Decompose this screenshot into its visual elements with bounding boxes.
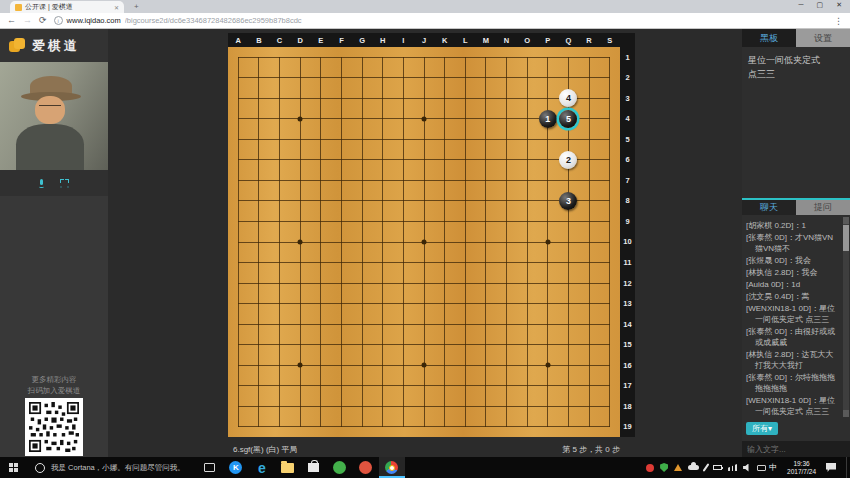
taskbar-clock[interactable]: 19:36 2017/7/24 (787, 460, 816, 476)
go-board[interactable]: 12345 (228, 47, 620, 437)
clock-time: 19:36 (787, 460, 816, 468)
row-label-5: 5 (620, 129, 635, 150)
chat-tabs: 聊天 提问 (742, 198, 850, 215)
cortana-placeholder: 我是 Cortana，小娜。有问题尽管问我。 (51, 463, 185, 473)
url-field[interactable]: i www.iqidao.com/bigcourse2d/dc6e3346872… (54, 16, 827, 25)
row-label-7: 7 (620, 170, 635, 191)
keyboard-icon (757, 465, 766, 471)
webcam-person-face (35, 96, 65, 124)
browser-menu-icon[interactable]: ⋮ (834, 16, 843, 26)
url-path: /bigcourse2d/dc6e33468728482686ec2959b87… (125, 16, 302, 25)
row-label-6: 6 (620, 150, 635, 171)
iqidao-logo-icon (9, 38, 25, 54)
col-label-D: D (290, 33, 311, 47)
tab-close-icon[interactable]: ✕ (114, 4, 119, 11)
tray-warning-icon[interactable] (674, 464, 682, 471)
qr-code (25, 398, 83, 456)
app-k-icon: K (229, 461, 242, 474)
address-bar: ← → ⟳ i www.iqidao.com/bigcourse2d/dc6e3… (0, 13, 850, 29)
app-green-taskbar-button[interactable] (327, 457, 353, 478)
forward-icon[interactable]: → (23, 16, 32, 25)
row-label-15: 15 (620, 334, 635, 355)
black-stone-5-last-move: 5 (559, 110, 577, 128)
maximize-button[interactable]: ▢ (817, 1, 824, 9)
chat-message-list: [胡家棋 0.2D]：1[张泰然 0D]：才VN猫VN猫VN猫不[张煜晟 0D]… (742, 217, 841, 417)
url-domain: www.iqidao.com (67, 16, 121, 25)
chat-message: [胡家棋 0.2D]：1 (746, 220, 840, 231)
file-explorer-taskbar-button[interactable] (275, 457, 301, 478)
back-icon[interactable]: ← (7, 16, 16, 25)
task-view-icon (204, 463, 215, 472)
mic-icon[interactable] (39, 179, 44, 188)
windows-start-icon[interactable] (9, 463, 18, 472)
scroll-up-icon[interactable] (843, 217, 849, 224)
row-label-14: 14 (620, 314, 635, 335)
board-point-P4[interactable]: 1 (537, 109, 558, 130)
scrollbar-thumb[interactable] (843, 225, 849, 251)
row-label-11: 11 (620, 252, 635, 273)
chat-message: [WENXIN18-1 0D]：星位一间低夹定式 点三三 (746, 303, 840, 325)
webcam-controls (0, 170, 108, 196)
col-label-N: N (496, 33, 517, 47)
row-label-19: 19 (620, 416, 635, 437)
sidebar: 爱棋道 更多精彩内容 扫码加入爱棋道 (0, 29, 108, 457)
tray-network-icon[interactable] (728, 464, 737, 471)
col-label-F: F (331, 33, 352, 47)
app-k-taskbar-button[interactable]: K (223, 457, 249, 478)
tray-battery-icon[interactable] (713, 465, 722, 470)
action-center-icon[interactable] (826, 463, 836, 472)
chat-message: [Auida 0D]：1d (746, 279, 840, 290)
app-green-icon (333, 461, 346, 474)
col-label-A: A (228, 33, 249, 47)
windows-taskbar: 我是 Cortana，小娜。有问题尽管问我。 Ke 中 19:36 2017/7… (0, 457, 850, 478)
column-labels-strip: ABCDEFGHIJKLMNOPQRS (228, 33, 635, 47)
tray-volume-icon[interactable] (743, 464, 751, 472)
row-label-9: 9 (620, 211, 635, 232)
col-label-J: J (414, 33, 435, 47)
panel-tabs: 黑板 设置 (742, 29, 850, 47)
store-icon (308, 463, 319, 472)
lesson-topic: 星位一间低夹定式 点三三 (742, 47, 850, 81)
row-label-12: 12 (620, 273, 635, 294)
col-label-E: E (311, 33, 332, 47)
tray-red-icon[interactable] (646, 464, 654, 472)
tray-pen-icon[interactable] (703, 463, 710, 472)
scroll-down-icon[interactable] (843, 410, 849, 417)
move-counter: 第 5 步，共 0 步 (228, 444, 620, 455)
chat-message: [WENXIN18-1 0D]：星位一间低夹定式 点三三 (746, 395, 840, 417)
app-orange-icon (359, 461, 372, 474)
chat-scrollbar[interactable] (843, 217, 849, 417)
chat-section: 聊天 提问 [胡家棋 0.2D]：1[张泰然 0D]：才VN猫VN猫VN猫不[张… (742, 198, 850, 457)
minimize-button[interactable]: ─ (799, 1, 804, 9)
chrome-taskbar-button[interactable] (379, 457, 405, 478)
tab-question[interactable]: 提问 (796, 200, 850, 215)
lesson-line-1: 星位一间低夹定式 (748, 53, 844, 67)
refresh-icon[interactable]: ⟳ (39, 16, 47, 25)
tab-chat[interactable]: 聊天 (742, 200, 796, 215)
chat-message: [张泰然 0D]：由很好或或或成威威 (746, 326, 840, 348)
webcam-person-body (16, 124, 84, 170)
chat-input[interactable] (742, 441, 850, 457)
chat-message: [张泰然 0D]：尔特拖拖拖拖拖拖拖 (746, 372, 840, 394)
edge-icon: e (258, 461, 266, 475)
logo-text: 爱棋道 (32, 37, 80, 55)
board-point-Q3[interactable]: 4 (558, 88, 579, 109)
row-label-2: 2 (620, 68, 635, 89)
chat-message: [林执信 2.8D]：达瓦大大打我大大我打 (746, 349, 840, 371)
row-label-18: 18 (620, 396, 635, 417)
store-taskbar-button[interactable] (301, 457, 327, 478)
board-point-Q6[interactable]: 2 (558, 150, 579, 171)
new-tab-button[interactable]: + (134, 2, 139, 11)
show-desktop-button[interactable] (846, 457, 850, 478)
row-label-13: 13 (620, 293, 635, 314)
col-label-H: H (372, 33, 393, 47)
fullscreen-icon[interactable] (60, 179, 69, 188)
ime-indicator[interactable]: 中 (757, 462, 777, 473)
page-info-icon[interactable]: i (54, 16, 63, 25)
browser-tab-strip: 公开课 | 爱棋道 ✕ + ─ ▢ ✕ (0, 0, 850, 13)
col-label-O: O (517, 33, 538, 47)
row-label-17: 17 (620, 375, 635, 396)
task-view-taskbar-button[interactable] (197, 457, 223, 478)
logo: 爱棋道 (0, 29, 108, 62)
row-label-10: 10 (620, 232, 635, 253)
col-label-I: I (393, 33, 414, 47)
close-button[interactable]: ✕ (836, 1, 842, 9)
row-labels-strip: 12345678910111213141516171819 (620, 47, 635, 437)
black-stone-1: 1 (539, 110, 557, 128)
promo-text: 更多精彩内容 扫码加入爱棋道 (0, 374, 108, 396)
tab-title: 公开课 | 爱棋道 (25, 2, 73, 12)
site-favicon-icon (15, 4, 22, 11)
tab-settings[interactable]: 设置 (796, 29, 850, 47)
taskbar-apps: Ke (197, 457, 405, 478)
go-board-frame: ABCDEFGHIJKLMNOPQRS 12345 12345678910111… (228, 33, 635, 437)
chrome-icon (385, 461, 398, 474)
col-label-Q: Q (558, 33, 579, 47)
col-label-L: L (455, 33, 476, 47)
lesson-line-2: 点三三 (748, 67, 844, 81)
white-stone-2: 2 (559, 151, 577, 169)
file-explorer-icon (281, 463, 294, 473)
white-stone-4: 4 (559, 89, 577, 107)
teacher-webcam-video (0, 62, 108, 170)
audience-select-button[interactable]: 所有▾ (746, 422, 778, 435)
tab-blackboard[interactable]: 黑板 (742, 29, 796, 47)
row-label-8: 8 (620, 191, 635, 212)
col-label-G: G (352, 33, 373, 47)
col-label-B: B (249, 33, 270, 47)
black-stone-3: 3 (559, 192, 577, 210)
tray-cloud-icon[interactable] (688, 465, 699, 470)
col-label-P: P (537, 33, 558, 47)
cortana-icon (35, 463, 45, 473)
col-label-K: K (434, 33, 455, 47)
tray-shield-icon[interactable] (660, 463, 668, 472)
browser-tab[interactable]: 公开课 | 爱棋道 ✕ (10, 1, 124, 13)
chat-message: [张泰然 0D]：才VN猫VN猫VN猫不 (746, 232, 840, 254)
col-label-M: M (476, 33, 497, 47)
chat-message: [林执信 2.8D]：我会 (746, 267, 840, 278)
window-controls: ─ ▢ ✕ (799, 1, 842, 9)
row-label-4: 4 (620, 109, 635, 130)
col-label-S: S (599, 33, 620, 47)
clock-date: 2017/7/24 (787, 468, 816, 476)
edge-taskbar-button[interactable]: e (249, 457, 275, 478)
row-label-3: 3 (620, 88, 635, 109)
chat-input-row: 发送 (742, 441, 850, 457)
system-tray: 中 19:36 2017/7/24 (646, 457, 850, 478)
row-label-16: 16 (620, 355, 635, 376)
row-label-1: 1 (620, 47, 635, 68)
col-label-R: R (579, 33, 600, 47)
app-orange-taskbar-button[interactable] (353, 457, 379, 478)
chat-message: [张煜晟 0D]：我会 (746, 255, 840, 266)
page-content: 爱棋道 更多精彩内容 扫码加入爱棋道 (0, 29, 850, 457)
col-label-C: C (269, 33, 290, 47)
cortana-search[interactable]: 我是 Cortana，小娜。有问题尽管问我。 (35, 463, 185, 473)
board-point-Q8[interactable]: 3 (558, 191, 579, 212)
board-point-Q4[interactable]: 5 (558, 109, 579, 130)
chat-message: [沈文昊 0.4D]：嵩 (746, 291, 840, 302)
right-panel: 黑板 设置 星位一间低夹定式 点三三 聊天 提问 [胡家棋 0.2D]：1[张泰… (742, 29, 850, 457)
